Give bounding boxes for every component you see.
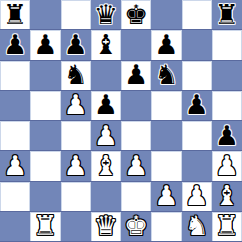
white-rook[interactable]: ♜: [215, 212, 239, 239]
black-rook[interactable]: ♜: [215, 1, 239, 28]
white-king[interactable]: ♚: [124, 212, 148, 239]
white-bishop[interactable]: ♝: [215, 182, 239, 209]
black-knight[interactable]: ♞: [64, 61, 88, 88]
square-f2[interactable]: ♟: [151, 182, 181, 212]
square-f4[interactable]: [151, 121, 181, 151]
white-pawn[interactable]: ♟: [124, 152, 148, 179]
black-pawn[interactable]: ♟: [154, 31, 178, 58]
square-h4[interactable]: ♟: [212, 121, 242, 151]
black-king[interactable]: ♚: [124, 1, 148, 28]
black-pawn[interactable]: ♟: [94, 91, 118, 118]
black-queen[interactable]: ♛: [94, 1, 118, 28]
square-b8[interactable]: [30, 0, 60, 30]
white-rook[interactable]: ♜: [33, 212, 57, 239]
square-g5[interactable]: ♟: [182, 91, 212, 121]
square-f8[interactable]: [151, 0, 181, 30]
square-a8[interactable]: ♜: [0, 0, 30, 30]
square-d2[interactable]: [91, 182, 121, 212]
square-a7[interactable]: ♟: [0, 30, 30, 60]
black-pawn[interactable]: ♟: [3, 31, 27, 58]
square-f6[interactable]: ♞: [151, 61, 181, 91]
white-pawn[interactable]: ♟: [94, 122, 118, 149]
square-d8[interactable]: ♛: [91, 0, 121, 30]
square-b6[interactable]: [30, 61, 60, 91]
square-d7[interactable]: ♝: [91, 30, 121, 60]
square-e6[interactable]: ♟: [121, 61, 151, 91]
square-g8[interactable]: [182, 0, 212, 30]
square-g1[interactable]: ♞: [182, 212, 212, 242]
black-pawn[interactable]: ♟: [33, 31, 57, 58]
square-e7[interactable]: [121, 30, 151, 60]
square-d3[interactable]: ♝: [91, 151, 121, 181]
square-h8[interactable]: ♜: [212, 0, 242, 30]
black-pawn[interactable]: ♟: [185, 91, 209, 118]
white-bishop[interactable]: ♝: [94, 152, 118, 179]
square-c4[interactable]: [61, 121, 91, 151]
square-e2[interactable]: [121, 182, 151, 212]
square-f1[interactable]: [151, 212, 181, 242]
square-c1[interactable]: [61, 212, 91, 242]
square-e5[interactable]: [121, 91, 151, 121]
square-h1[interactable]: ♜: [212, 212, 242, 242]
white-pawn[interactable]: ♟: [64, 152, 88, 179]
white-pawn[interactable]: ♟: [215, 152, 239, 179]
square-b3[interactable]: [30, 151, 60, 181]
square-g7[interactable]: [182, 30, 212, 60]
square-f7[interactable]: ♟: [151, 30, 181, 60]
chess-board: ♜♛♚♜♟♟♟♝♟♞♟♞♟♟♟♟♟♟♟♝♟♟♟♟♝♜♛♚♞♜: [0, 0, 242, 242]
square-h5[interactable]: [212, 91, 242, 121]
square-g4[interactable]: [182, 121, 212, 151]
square-h6[interactable]: [212, 61, 242, 91]
square-e4[interactable]: [121, 121, 151, 151]
square-b4[interactable]: [30, 121, 60, 151]
square-h3[interactable]: ♟: [212, 151, 242, 181]
square-d1[interactable]: ♛: [91, 212, 121, 242]
square-c7[interactable]: ♟: [61, 30, 91, 60]
square-c8[interactable]: [61, 0, 91, 30]
black-knight[interactable]: ♞: [154, 61, 178, 88]
white-pawn[interactable]: ♟: [3, 152, 27, 179]
square-e1[interactable]: ♚: [121, 212, 151, 242]
square-c3[interactable]: ♟: [61, 151, 91, 181]
white-knight[interactable]: ♞: [185, 212, 209, 239]
square-b5[interactable]: [30, 91, 60, 121]
square-f3[interactable]: [151, 151, 181, 181]
square-c2[interactable]: [61, 182, 91, 212]
white-queen[interactable]: ♛: [94, 212, 118, 239]
square-d6[interactable]: [91, 61, 121, 91]
square-d4[interactable]: ♟: [91, 121, 121, 151]
square-a6[interactable]: [0, 61, 30, 91]
square-b7[interactable]: ♟: [30, 30, 60, 60]
square-d5[interactable]: ♟: [91, 91, 121, 121]
white-pawn[interactable]: ♟: [154, 182, 178, 209]
square-c5[interactable]: ♟: [61, 91, 91, 121]
square-a4[interactable]: [0, 121, 30, 151]
square-h2[interactable]: ♝: [212, 182, 242, 212]
square-e8[interactable]: ♚: [121, 0, 151, 30]
square-a3[interactable]: ♟: [0, 151, 30, 181]
square-b2[interactable]: [30, 182, 60, 212]
square-g3[interactable]: [182, 151, 212, 181]
square-g2[interactable]: ♟: [182, 182, 212, 212]
square-b1[interactable]: ♜: [30, 212, 60, 242]
square-a2[interactable]: [0, 182, 30, 212]
black-pawn[interactable]: ♟: [215, 122, 239, 149]
white-pawn[interactable]: ♟: [185, 182, 209, 209]
square-e3[interactable]: ♟: [121, 151, 151, 181]
black-bishop[interactable]: ♝: [94, 31, 118, 58]
black-rook[interactable]: ♜: [3, 1, 27, 28]
square-c6[interactable]: ♞: [61, 61, 91, 91]
white-pawn[interactable]: ♟: [64, 91, 88, 118]
square-a5[interactable]: [0, 91, 30, 121]
square-g6[interactable]: [182, 61, 212, 91]
square-h7[interactable]: [212, 30, 242, 60]
black-pawn[interactable]: ♟: [64, 31, 88, 58]
black-pawn[interactable]: ♟: [124, 61, 148, 88]
square-f5[interactable]: [151, 91, 181, 121]
square-a1[interactable]: [0, 212, 30, 242]
